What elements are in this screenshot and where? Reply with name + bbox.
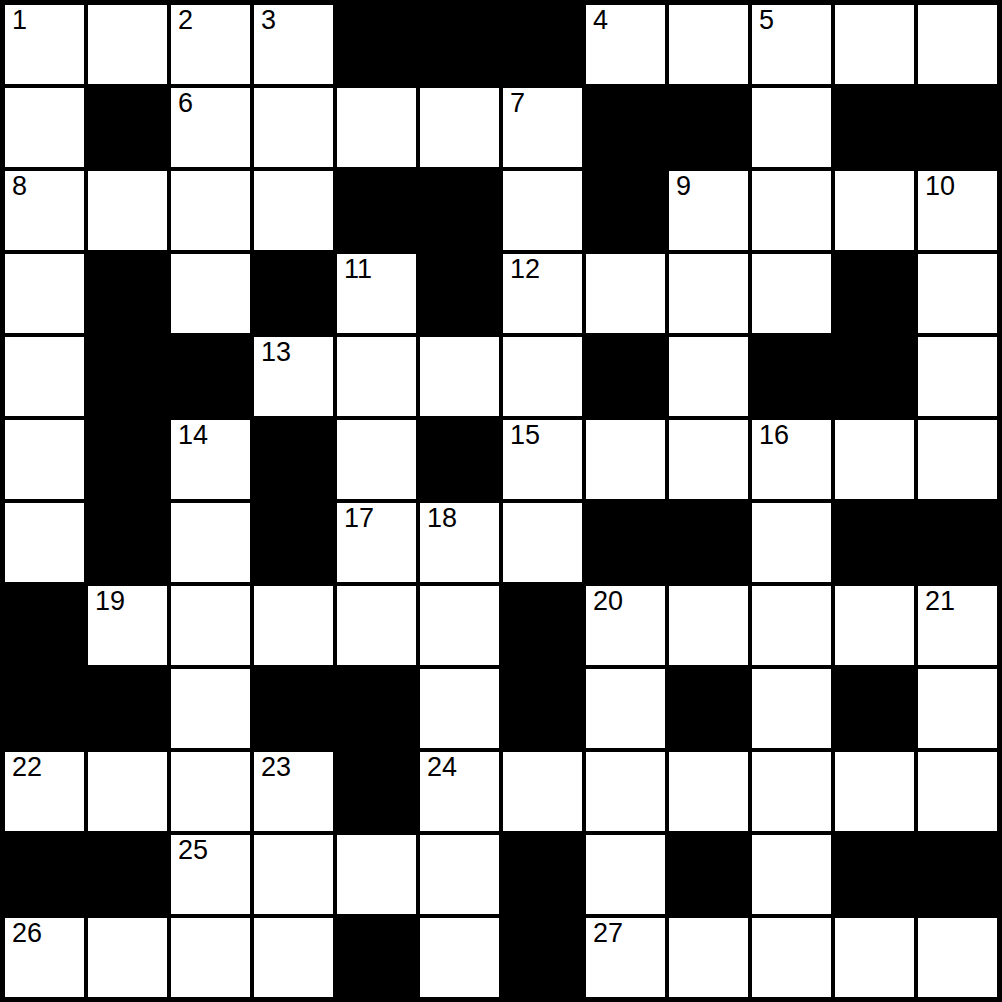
black-cell xyxy=(88,835,167,914)
white-cell[interactable] xyxy=(586,254,665,333)
black-cell xyxy=(918,88,997,167)
white-cell[interactable] xyxy=(669,918,748,997)
white-cell[interactable] xyxy=(420,337,499,416)
clue-number: 16 xyxy=(759,421,789,451)
clue-number: 19 xyxy=(95,587,125,617)
black-cell xyxy=(420,171,499,250)
clue-number: 6 xyxy=(178,89,193,119)
white-cell[interactable] xyxy=(669,5,748,84)
white-cell[interactable]: 21 xyxy=(918,586,997,665)
white-cell[interactable] xyxy=(171,669,250,748)
white-cell[interactable] xyxy=(420,586,499,665)
white-cell[interactable]: 25 xyxy=(171,835,250,914)
white-cell[interactable] xyxy=(337,586,416,665)
white-cell[interactable] xyxy=(669,586,748,665)
black-cell xyxy=(420,5,499,84)
white-cell[interactable] xyxy=(669,420,748,499)
white-cell[interactable]: 19 xyxy=(88,586,167,665)
clue-number: 8 xyxy=(12,172,27,202)
white-cell[interactable]: 24 xyxy=(420,752,499,831)
black-cell xyxy=(337,918,416,997)
white-cell[interactable] xyxy=(5,88,84,167)
black-cell xyxy=(586,503,665,582)
white-cell[interactable]: 8 xyxy=(5,171,84,250)
white-cell[interactable] xyxy=(752,88,831,167)
white-cell[interactable] xyxy=(752,254,831,333)
clue-number: 17 xyxy=(344,504,374,534)
white-cell[interactable]: 3 xyxy=(254,5,333,84)
white-cell[interactable] xyxy=(586,752,665,831)
white-cell[interactable]: 20 xyxy=(586,586,665,665)
black-cell xyxy=(254,420,333,499)
black-cell xyxy=(835,835,914,914)
white-cell[interactable]: 12 xyxy=(503,254,582,333)
white-cell[interactable] xyxy=(420,918,499,997)
clue-number: 20 xyxy=(593,587,623,617)
white-cell[interactable] xyxy=(5,420,84,499)
black-cell xyxy=(88,254,167,333)
black-cell xyxy=(835,503,914,582)
clue-number: 21 xyxy=(925,587,955,617)
white-cell[interactable] xyxy=(835,586,914,665)
black-cell xyxy=(254,503,333,582)
white-cell[interactable]: 4 xyxy=(586,5,665,84)
black-cell xyxy=(420,420,499,499)
white-cell[interactable] xyxy=(337,88,416,167)
white-cell[interactable] xyxy=(171,254,250,333)
clue-number: 22 xyxy=(12,753,42,783)
white-cell[interactable] xyxy=(503,503,582,582)
white-cell[interactable] xyxy=(586,420,665,499)
white-cell[interactable] xyxy=(5,503,84,582)
white-cell[interactable]: 18 xyxy=(420,503,499,582)
white-cell[interactable] xyxy=(752,503,831,582)
white-cell[interactable] xyxy=(586,835,665,914)
black-cell xyxy=(254,669,333,748)
black-cell xyxy=(88,669,167,748)
black-cell xyxy=(503,586,582,665)
clue-number: 27 xyxy=(593,919,623,949)
white-cell[interactable] xyxy=(503,752,582,831)
white-cell[interactable] xyxy=(254,88,333,167)
white-cell[interactable]: 1 xyxy=(5,5,84,84)
white-cell[interactable] xyxy=(88,5,167,84)
black-cell xyxy=(918,503,997,582)
black-cell xyxy=(586,88,665,167)
white-cell[interactable] xyxy=(171,918,250,997)
white-cell[interactable]: 2 xyxy=(171,5,250,84)
white-cell[interactable] xyxy=(918,254,997,333)
white-cell[interactable] xyxy=(835,171,914,250)
clue-number: 23 xyxy=(261,753,291,783)
white-cell[interactable] xyxy=(5,337,84,416)
white-cell[interactable] xyxy=(835,420,914,499)
white-cell[interactable] xyxy=(254,586,333,665)
white-cell[interactable] xyxy=(420,669,499,748)
black-cell xyxy=(669,503,748,582)
white-cell[interactable]: 9 xyxy=(669,171,748,250)
white-cell[interactable] xyxy=(171,752,250,831)
white-cell[interactable] xyxy=(918,918,997,997)
clue-number: 18 xyxy=(427,504,457,534)
white-cell[interactable] xyxy=(752,669,831,748)
white-cell[interactable]: 15 xyxy=(503,420,582,499)
white-cell[interactable] xyxy=(5,254,84,333)
white-cell[interactable] xyxy=(420,835,499,914)
black-cell xyxy=(337,5,416,84)
black-cell xyxy=(669,88,748,167)
white-cell[interactable]: 13 xyxy=(254,337,333,416)
black-cell xyxy=(669,669,748,748)
white-cell[interactable] xyxy=(752,171,831,250)
white-cell[interactable] xyxy=(503,171,582,250)
black-cell xyxy=(5,835,84,914)
black-cell xyxy=(254,254,333,333)
white-cell[interactable] xyxy=(752,752,831,831)
white-cell[interactable]: 6 xyxy=(171,88,250,167)
white-cell[interactable] xyxy=(88,752,167,831)
black-cell xyxy=(420,254,499,333)
clue-number: 1 xyxy=(12,6,27,36)
white-cell[interactable] xyxy=(254,918,333,997)
clue-number: 15 xyxy=(510,421,540,451)
white-cell[interactable]: 11 xyxy=(337,254,416,333)
white-cell[interactable]: 22 xyxy=(5,752,84,831)
white-cell[interactable] xyxy=(420,88,499,167)
white-cell[interactable]: 14 xyxy=(171,420,250,499)
white-cell[interactable] xyxy=(918,337,997,416)
white-cell[interactable] xyxy=(918,5,997,84)
white-cell[interactable] xyxy=(586,669,665,748)
black-cell xyxy=(835,254,914,333)
clue-number: 13 xyxy=(261,338,291,368)
black-cell xyxy=(5,586,84,665)
black-cell xyxy=(88,420,167,499)
black-cell xyxy=(337,171,416,250)
white-cell[interactable] xyxy=(337,835,416,914)
black-cell xyxy=(88,337,167,416)
white-cell[interactable] xyxy=(918,752,997,831)
clue-number: 9 xyxy=(676,172,691,202)
black-cell xyxy=(586,337,665,416)
clue-number: 2 xyxy=(178,6,193,36)
white-cell[interactable]: 23 xyxy=(254,752,333,831)
clue-number: 5 xyxy=(759,6,774,36)
clue-number: 26 xyxy=(12,919,42,949)
white-cell[interactable]: 26 xyxy=(5,918,84,997)
clue-number: 14 xyxy=(178,421,208,451)
black-cell xyxy=(503,5,582,84)
white-cell[interactable] xyxy=(835,918,914,997)
crossword-grid: 1234567891011121314151617181920212223242… xyxy=(0,0,1002,1002)
white-cell[interactable] xyxy=(835,752,914,831)
white-cell[interactable] xyxy=(171,503,250,582)
black-cell xyxy=(835,88,914,167)
black-cell xyxy=(88,503,167,582)
clue-number: 11 xyxy=(344,255,372,285)
clue-number: 4 xyxy=(593,6,608,36)
clue-number: 24 xyxy=(427,753,457,783)
clue-number: 10 xyxy=(925,172,955,202)
black-cell xyxy=(337,669,416,748)
black-cell xyxy=(586,171,665,250)
clue-number: 12 xyxy=(510,255,540,285)
white-cell[interactable] xyxy=(337,420,416,499)
white-cell[interactable] xyxy=(254,171,333,250)
black-cell xyxy=(171,337,250,416)
clue-number: 7 xyxy=(510,89,525,119)
white-cell[interactable] xyxy=(171,586,250,665)
black-cell xyxy=(835,337,914,416)
white-cell[interactable]: 10 xyxy=(918,171,997,250)
black-cell xyxy=(503,918,582,997)
white-cell[interactable] xyxy=(254,835,333,914)
white-cell[interactable]: 27 xyxy=(586,918,665,997)
white-cell[interactable] xyxy=(669,254,748,333)
black-cell xyxy=(669,835,748,914)
white-cell[interactable] xyxy=(752,835,831,914)
white-cell[interactable] xyxy=(918,669,997,748)
black-cell xyxy=(752,337,831,416)
white-cell[interactable] xyxy=(88,918,167,997)
black-cell xyxy=(5,669,84,748)
white-cell[interactable] xyxy=(88,171,167,250)
white-cell[interactable] xyxy=(918,420,997,499)
clue-number: 3 xyxy=(261,6,276,36)
white-cell[interactable] xyxy=(752,918,831,997)
black-cell xyxy=(918,835,997,914)
white-cell[interactable]: 16 xyxy=(752,420,831,499)
black-cell xyxy=(835,669,914,748)
clue-number: 25 xyxy=(178,836,208,866)
white-cell[interactable]: 17 xyxy=(337,503,416,582)
black-cell xyxy=(337,752,416,831)
white-cell[interactable]: 7 xyxy=(503,88,582,167)
white-cell[interactable] xyxy=(835,5,914,84)
white-cell[interactable] xyxy=(171,171,250,250)
white-cell[interactable] xyxy=(337,337,416,416)
white-cell[interactable] xyxy=(752,586,831,665)
white-cell[interactable]: 5 xyxy=(752,5,831,84)
white-cell[interactable] xyxy=(669,752,748,831)
white-cell[interactable] xyxy=(503,337,582,416)
black-cell xyxy=(503,835,582,914)
black-cell xyxy=(503,669,582,748)
white-cell[interactable] xyxy=(669,337,748,416)
black-cell xyxy=(88,88,167,167)
